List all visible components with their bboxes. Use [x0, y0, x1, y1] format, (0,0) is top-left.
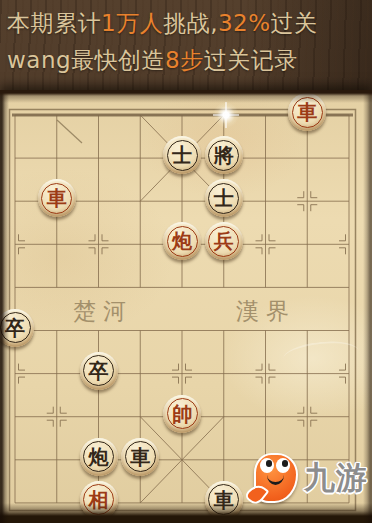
red-chariot[interactable]: 車 — [288, 93, 326, 131]
piece-glyph: 相 — [83, 484, 114, 515]
piece-glyph: 炮 — [167, 226, 198, 257]
mascot-mouth-icon — [267, 475, 284, 485]
black-soldier[interactable]: 卒 — [80, 352, 118, 390]
mascot-eye-icon — [260, 458, 274, 473]
black-soldier[interactable]: 卒 — [0, 309, 34, 347]
piece-glyph: 帥 — [167, 398, 198, 429]
stats-line: 本期累计1万人挑战,32%过关 — [7, 5, 365, 42]
piece-glyph: 士 — [167, 140, 198, 171]
black-cannon[interactable]: 炮 — [80, 438, 118, 476]
black-chariot[interactable]: 車 — [205, 481, 243, 519]
black-advisor[interactable]: 士 — [205, 179, 243, 217]
red-cannon[interactable]: 炮 — [163, 222, 201, 260]
record-line: wang最快创造8步过关记录 — [7, 42, 365, 79]
piece-glyph: 炮 — [83, 441, 114, 472]
jiuyou-logo: 九游 — [254, 453, 368, 503]
jiuyou-text: 九游 — [304, 457, 368, 499]
piece-glyph: 車 — [125, 441, 156, 472]
jiuyou-mascot-icon — [254, 453, 298, 503]
piece-glyph: 車 — [208, 484, 239, 515]
red-elephant[interactable]: 相 — [80, 481, 118, 519]
red-general[interactable]: 帥 — [163, 395, 201, 433]
piece-glyph: 車 — [41, 183, 72, 214]
black-chariot[interactable]: 車 — [121, 438, 159, 476]
challenge-header: 本期累计1万人挑战,32%过关 wang最快创造8步过关记录 — [0, 0, 372, 90]
piece-glyph: 卒 — [83, 355, 114, 386]
stat-highlight: 1万人 — [101, 10, 163, 36]
black-advisor[interactable]: 士 — [163, 136, 201, 174]
red-chariot[interactable]: 車 — [38, 179, 76, 217]
stat-text: 过关记录 — [204, 47, 298, 73]
app-root: 本期累计1万人挑战,32%过关 wang最快创造8步过关记录 楚河 漢界 車士將… — [0, 0, 372, 523]
piece-glyph: 將 — [208, 140, 239, 171]
stat-highlight: 8步 — [165, 47, 204, 73]
mascot-eye-icon — [276, 458, 290, 473]
piece-glyph: 車 — [292, 97, 323, 128]
xiangqi-board[interactable]: 楚河 漢界 車士將車士炮兵卒卒帥炮車相車 九游 — [0, 90, 372, 523]
stat-text: 本期累计 — [7, 10, 101, 36]
red-soldier[interactable]: 兵 — [205, 222, 243, 260]
black-general[interactable]: 將 — [205, 136, 243, 174]
stat-text: 过关 — [271, 10, 318, 36]
piece-glyph: 卒 — [0, 312, 31, 343]
stat-highlight: 32% — [218, 10, 271, 36]
stat-text: wang最快创造 — [7, 47, 165, 73]
piece-glyph: 士 — [208, 183, 239, 214]
piece-glyph: 兵 — [208, 226, 239, 257]
stat-text: 挑战, — [163, 10, 218, 36]
